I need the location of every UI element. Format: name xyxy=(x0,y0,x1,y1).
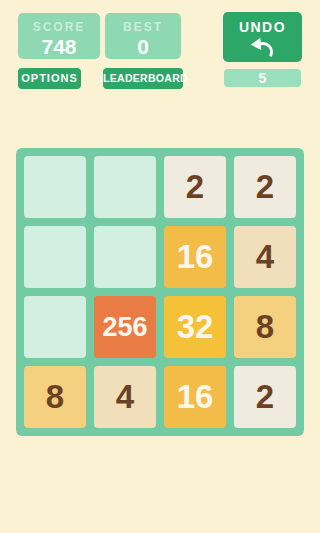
undo-button[interactable]: UNDO xyxy=(223,12,302,62)
tile-2: 2 xyxy=(234,366,296,428)
tile-8: 8 xyxy=(24,366,86,428)
undo-arrow-icon xyxy=(248,36,278,57)
empty-cell xyxy=(24,226,86,288)
empty-cell xyxy=(94,156,156,218)
empty-cell xyxy=(94,226,156,288)
app-background: SCORE 748 BEST 0 UNDO OPTIONS LEADERBOAR… xyxy=(0,0,320,533)
tile-2: 2 xyxy=(164,156,226,218)
tile-4: 4 xyxy=(94,366,156,428)
empty-cell xyxy=(24,296,86,358)
best-box: BEST 0 xyxy=(105,13,181,59)
tile-4: 4 xyxy=(234,226,296,288)
undo-counter: 5 xyxy=(224,69,301,87)
empty-cell xyxy=(24,156,86,218)
tile-16: 16 xyxy=(164,226,226,288)
best-label: BEST xyxy=(105,20,181,34)
leaderboard-button[interactable]: LEADERBOARD xyxy=(103,68,183,89)
tile-32: 32 xyxy=(164,296,226,358)
options-button[interactable]: OPTIONS xyxy=(18,68,81,89)
tile-2: 2 xyxy=(234,156,296,218)
score-box: SCORE 748 xyxy=(18,13,100,59)
best-value: 0 xyxy=(105,35,181,59)
undo-label: UNDO xyxy=(223,19,302,35)
tile-256: 256 xyxy=(94,296,156,358)
tile-16: 16 xyxy=(164,366,226,428)
score-label: SCORE xyxy=(18,20,100,34)
game-board[interactable]: 2216425632884162 xyxy=(16,148,304,436)
tile-8: 8 xyxy=(234,296,296,358)
score-value: 748 xyxy=(18,35,100,59)
